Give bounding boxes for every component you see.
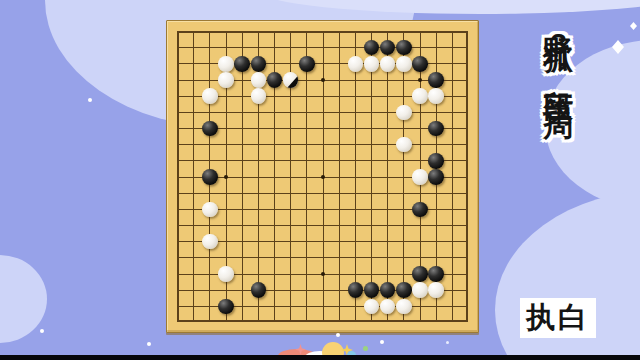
white-stone [218, 72, 234, 88]
white-stone [364, 56, 380, 72]
hoshi-point [321, 272, 325, 276]
black-stone [428, 121, 444, 137]
dot-green-icon [363, 346, 368, 351]
hoshi-point [321, 78, 325, 82]
black-stone [428, 266, 444, 282]
playing-white-badge: 执白 [520, 298, 596, 338]
last-move-triangle-marker [283, 72, 299, 88]
white-stone [218, 266, 234, 282]
hoshi-point [321, 175, 325, 179]
black-stone [428, 169, 444, 185]
black-stone [348, 282, 364, 298]
black-stone [412, 202, 428, 218]
white-stone [428, 282, 444, 298]
white-stone [380, 56, 396, 72]
white-stone [251, 88, 267, 104]
dot-white-b-icon [380, 340, 384, 344]
go-board[interactable] [166, 20, 479, 333]
black-stone [412, 266, 428, 282]
white-stone [412, 88, 428, 104]
black-stone [251, 282, 267, 298]
dot-white-f-icon [446, 341, 449, 344]
white-stone [202, 234, 218, 250]
white-stone [412, 282, 428, 298]
black-stone [234, 56, 250, 72]
black-stone [218, 299, 234, 315]
black-stone [251, 56, 267, 72]
black-stone [396, 40, 412, 56]
dot-white-d-icon [40, 329, 44, 333]
dot-white-c-icon [88, 98, 92, 102]
black-stone [202, 121, 218, 137]
black-stone [299, 56, 315, 72]
white-stone [283, 72, 299, 88]
white-stone [202, 88, 218, 104]
black-stone [202, 169, 218, 185]
white-stone [396, 56, 412, 72]
white-stone [396, 299, 412, 315]
hoshi-point [224, 175, 228, 179]
white-stone [428, 88, 444, 104]
white-stone [396, 105, 412, 121]
letterbox-bar [0, 355, 640, 360]
black-stone [428, 153, 444, 169]
white-stone [251, 72, 267, 88]
black-stone [412, 56, 428, 72]
dot-white-a-icon [336, 333, 340, 337]
dot-white-e-icon [147, 342, 151, 346]
black-stone [428, 72, 444, 88]
white-stone [348, 56, 364, 72]
white-stone [218, 56, 234, 72]
white-stone [396, 137, 412, 153]
white-stone [202, 202, 218, 218]
sparkle-small-icon [630, 22, 637, 30]
video-title-vertical: 野狐3段第一局 [537, 13, 579, 95]
video-frame: 野狐3段第一局 执白 [0, 0, 640, 360]
black-stone [396, 282, 412, 298]
hoshi-point [418, 78, 422, 82]
white-stone [412, 169, 428, 185]
black-stone [364, 282, 380, 298]
black-stone [267, 72, 283, 88]
